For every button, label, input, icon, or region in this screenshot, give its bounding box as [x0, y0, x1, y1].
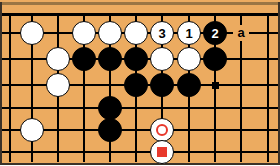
board-frame-top: [0, 2, 280, 5]
white-stone: [177, 47, 201, 71]
white-stone: 3: [150, 21, 174, 45]
grid-line-vertical: [267, 13, 269, 162]
white-stone: [46, 47, 70, 71]
stone-move-number: 3: [158, 27, 165, 40]
white-stone: [150, 140, 174, 164]
red-circle-mark: [156, 124, 168, 136]
black-stone: 2: [203, 21, 227, 45]
black-stone: [98, 47, 122, 71]
black-stone: [124, 47, 148, 71]
white-stone: [46, 73, 70, 97]
red-square-mark: [157, 147, 167, 157]
point-label-a: a: [233, 24, 249, 40]
white-stone: [150, 47, 174, 71]
board-frame-right: [278, 2, 280, 165]
marked-point-filled-square: [212, 82, 219, 89]
black-stone: [72, 47, 96, 71]
grid-line-horizontal: [2, 107, 278, 109]
stone-move-number: 1: [185, 27, 192, 40]
stone-move-number: 2: [211, 27, 218, 40]
board-frame-bottom: [0, 163, 280, 166]
black-stone: [98, 118, 122, 142]
grid-line-vertical: [9, 13, 11, 162]
black-stone: [177, 73, 201, 97]
black-stone: [150, 73, 174, 97]
grid-line-horizontal: [2, 151, 278, 153]
white-stone: [20, 118, 44, 142]
white-stone: [20, 21, 44, 45]
go-diagram: a312: [0, 0, 280, 165]
black-stone: [124, 73, 148, 97]
white-stone: [72, 21, 96, 45]
black-stone: [98, 96, 122, 120]
white-stone: [98, 21, 122, 45]
board-top-edge-line: [2, 13, 278, 16]
white-stone: [124, 21, 148, 45]
white-stone: [150, 118, 174, 142]
black-stone: [203, 47, 227, 71]
white-stone: 1: [177, 21, 201, 45]
